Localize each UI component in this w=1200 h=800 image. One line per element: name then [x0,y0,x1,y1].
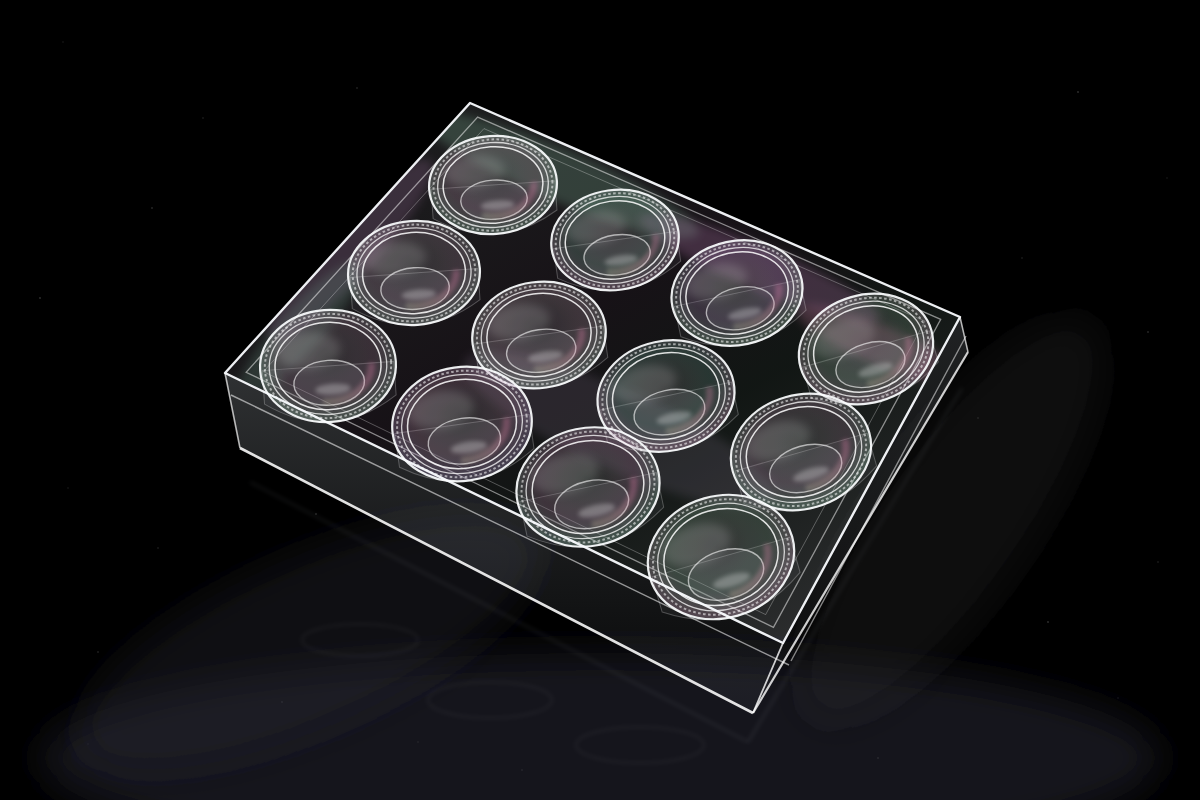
dust-speck [1166,177,1168,179]
dust-speck [157,547,159,549]
dust-speck [1047,621,1049,623]
scene-svg [0,0,1200,800]
dust-speck [151,207,153,209]
dust-speck [1117,697,1119,699]
dust-speck [1147,331,1149,333]
dust-speck [1021,257,1023,259]
dust-speck [356,87,358,89]
dust-speck [62,41,64,43]
dust-speck [97,651,99,653]
product-photo: Clear acrylic rectangular storage box co… [0,0,1200,800]
dust-speck [67,487,69,489]
dust-speck [202,117,204,119]
dust-speck [39,297,41,299]
dust-speck [1157,561,1159,563]
dust-speck [1077,91,1079,93]
